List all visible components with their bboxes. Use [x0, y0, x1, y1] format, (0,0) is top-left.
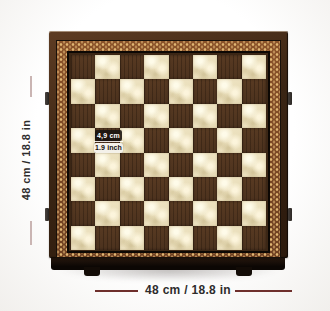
square-size-cm-badge: 4,9 cm [95, 130, 122, 141]
square-h5 [242, 128, 266, 152]
square-c6 [120, 104, 144, 128]
board-foot-right [236, 267, 252, 276]
left-dimension-dash-top [30, 76, 32, 97]
square-a1 [71, 226, 95, 250]
square-h7 [242, 79, 266, 103]
hinge-tab-right-top [288, 92, 292, 105]
square-d7 [144, 79, 168, 103]
square-a7 [71, 79, 95, 103]
square-h2 [242, 201, 266, 225]
square-d2 [144, 201, 168, 225]
square-g3 [217, 177, 241, 201]
square-g2 [217, 201, 241, 225]
square-g6 [217, 104, 241, 128]
square-g1 [217, 226, 241, 250]
square-h4 [242, 153, 266, 177]
square-f1 [193, 226, 217, 250]
square-g4 [217, 153, 241, 177]
square-a5 [71, 128, 95, 152]
square-h3 [242, 177, 266, 201]
square-e8 [169, 55, 193, 79]
square-d5 [144, 128, 168, 152]
square-b1 [95, 226, 119, 250]
left-dimension-text: 48 cm / 18.8 in [20, 100, 34, 220]
left-dimension-dash-bottom [30, 221, 32, 245]
square-h1 [242, 226, 266, 250]
hinge-tab-right-bottom [288, 208, 292, 221]
square-c4 [120, 153, 144, 177]
square-a4 [71, 153, 95, 177]
square-e6 [169, 104, 193, 128]
inlay-border-band [56, 40, 281, 258]
board-foot-left [84, 267, 100, 276]
square-h6 [242, 104, 266, 128]
square-e2 [169, 201, 193, 225]
bottom-dimension-dash-left [95, 290, 138, 292]
square-f8 [193, 55, 217, 79]
bottom-dimension-dash-right [235, 290, 292, 292]
square-f7 [193, 79, 217, 103]
square-c2 [120, 201, 144, 225]
square-d4 [144, 153, 168, 177]
square-h8 [242, 55, 266, 79]
square-d8 [144, 55, 168, 79]
square-a6 [71, 104, 95, 128]
bottom-dimension-text: 48 cm / 18.8 in [139, 283, 237, 297]
square-c8 [120, 55, 144, 79]
square-e4 [169, 153, 193, 177]
square-d6 [144, 104, 168, 128]
square-size-inch-badge: 1.9 inch [94, 143, 123, 153]
square-a8 [71, 55, 95, 79]
square-b7 [95, 79, 119, 103]
square-d1 [144, 226, 168, 250]
square-a3 [71, 177, 95, 201]
product-photo-scene: 4,9 cm 1.9 inch 48 cm / 18.8 in 48 cm / … [0, 0, 330, 311]
square-c7 [120, 79, 144, 103]
square-e5 [169, 128, 193, 152]
square-b6 [95, 104, 119, 128]
square-c5 [120, 128, 144, 152]
square-f6 [193, 104, 217, 128]
square-g8 [217, 55, 241, 79]
square-g7 [217, 79, 241, 103]
square-c3 [120, 177, 144, 201]
square-a2 [71, 201, 95, 225]
square-d3 [144, 177, 168, 201]
square-e7 [169, 79, 193, 103]
square-c1 [120, 226, 144, 250]
chess-board [49, 31, 288, 258]
square-f3 [193, 177, 217, 201]
square-f2 [193, 201, 217, 225]
square-measure-line [94, 141, 123, 142]
square-b8 [95, 55, 119, 79]
square-g5 [217, 128, 241, 152]
square-b2 [95, 201, 119, 225]
square-b4 [95, 153, 119, 177]
square-b3 [95, 177, 119, 201]
square-e1 [169, 226, 193, 250]
square-e3 [169, 177, 193, 201]
square-f5 [193, 128, 217, 152]
square-f4 [193, 153, 217, 177]
